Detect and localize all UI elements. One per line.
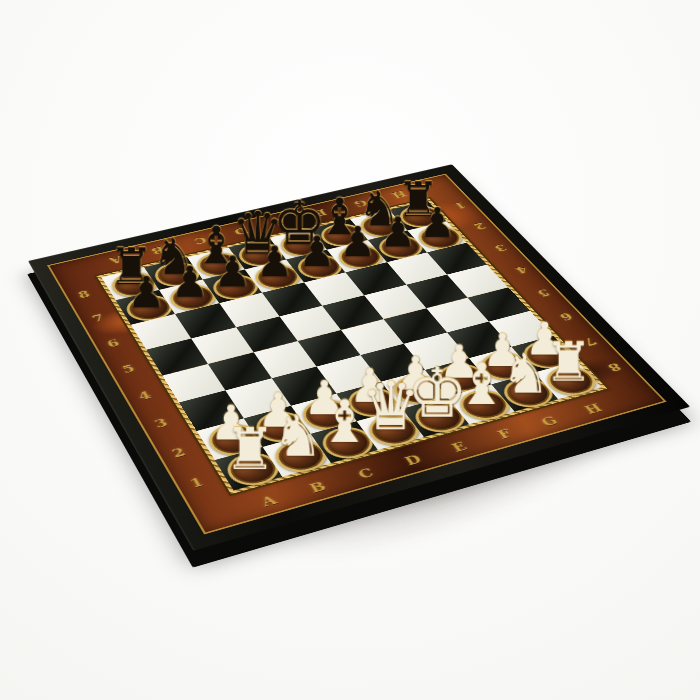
chess-set-photo: ABCDEFGH ABCDEFGH 87654321 12345678 ♜♞♝♛… xyxy=(0,0,700,700)
white-knight-b1[interactable]: ♞ xyxy=(272,407,323,464)
black-pawn-g7[interactable]: ♟ xyxy=(380,212,417,253)
black-pawn-c7[interactable]: ♟ xyxy=(214,251,252,294)
white-knight-g1[interactable]: ♞ xyxy=(501,346,550,400)
white-rook-h1[interactable]: ♜ xyxy=(545,335,593,389)
white-bishop-c1[interactable]: ♝ xyxy=(319,393,372,452)
black-pawn-d7[interactable]: ♟ xyxy=(256,241,294,283)
black-pawn-e7[interactable]: ♟ xyxy=(298,231,336,273)
black-pawn-a7[interactable]: ♟ xyxy=(127,271,166,314)
black-pawn-b7[interactable]: ♟ xyxy=(171,261,209,304)
black-pawn-f7[interactable]: ♟ xyxy=(339,221,376,263)
white-rook-a1[interactable]: ♜ xyxy=(224,420,276,477)
